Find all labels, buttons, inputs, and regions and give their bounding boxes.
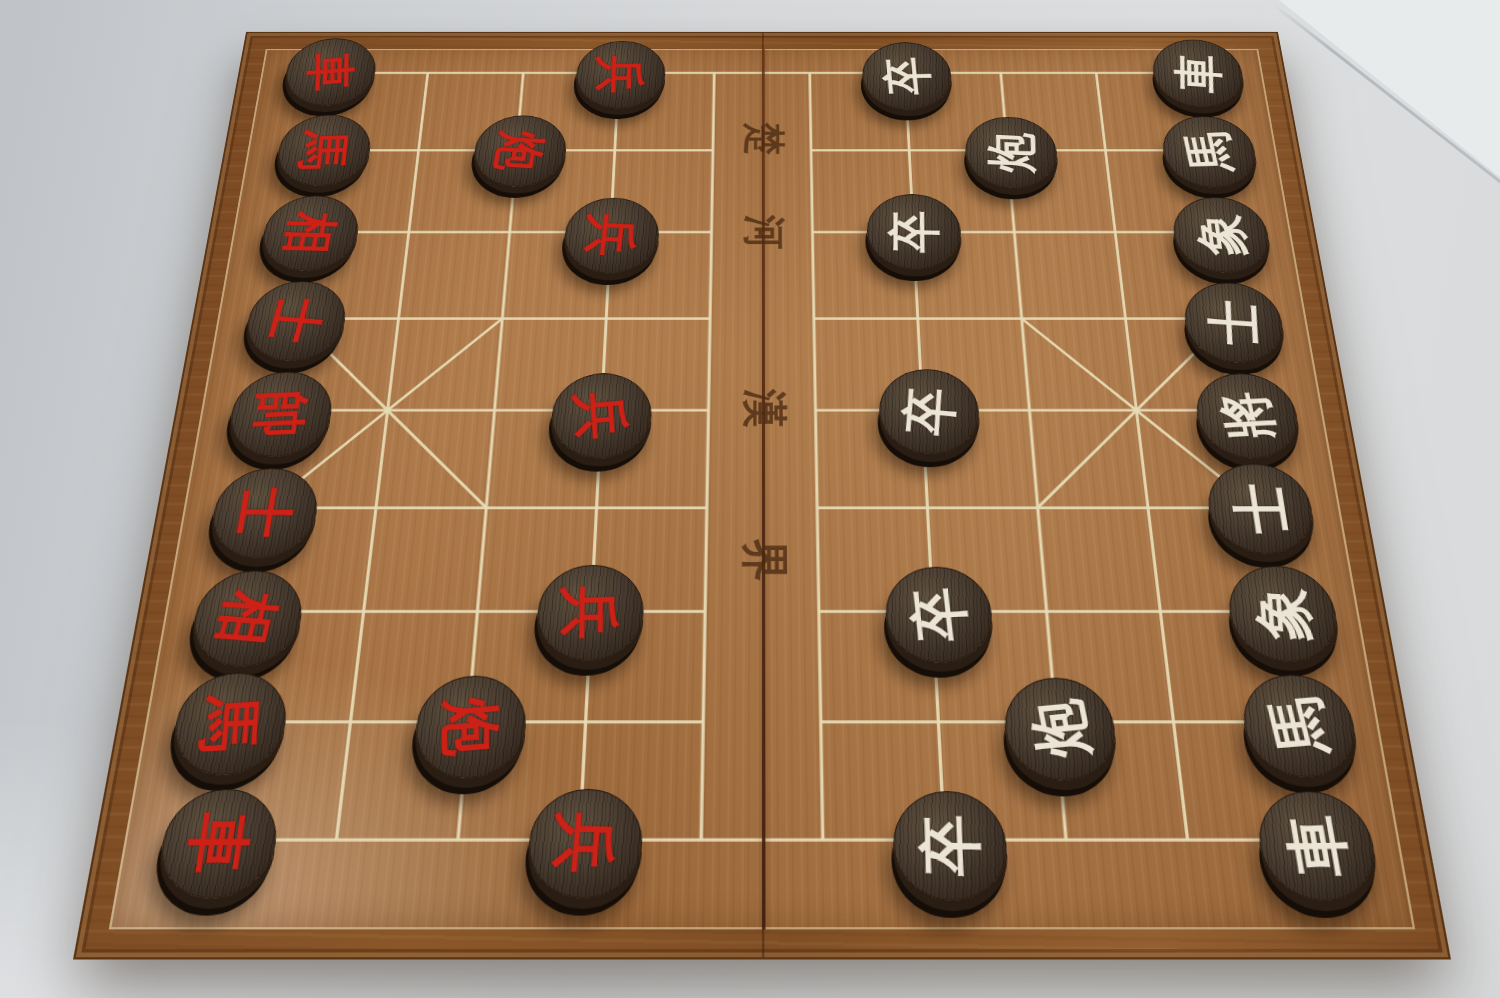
piece-character: 馬 [197, 693, 263, 754]
piece-character: 士 [264, 296, 330, 345]
piece-character: 卒 [888, 210, 941, 254]
piece-character: 馬 [1262, 694, 1336, 756]
piece-red-elephant[interactable]: 相 [258, 196, 363, 271]
piece-black-general[interactable]: 將 [1191, 373, 1304, 458]
piece-red-elephant[interactable]: 相 [187, 570, 308, 666]
piece-character: 兵 [595, 55, 646, 93]
piece-black-advisor[interactable]: 士 [1203, 464, 1319, 554]
xiangqi-board-frame: 楚河漢界 車馬相士帥士相馬車炮炮兵兵兵兵兵車馬象士將士象馬車炮炮卒卒卒卒卒 [73, 32, 1451, 960]
piece-black-soldier[interactable]: 卒 [878, 369, 982, 454]
piece-character: 兵 [583, 213, 640, 257]
piece-character: 帥 [251, 389, 311, 439]
piece-character: 士 [1228, 483, 1293, 533]
pieces-layer: 車馬相士帥士相馬車炮炮兵兵兵兵兵車馬象士將士象馬車炮炮卒卒卒卒卒 [109, 49, 1415, 929]
piece-black-chariot[interactable]: 車 [1149, 40, 1248, 108]
piece-red-chariot[interactable]: 車 [281, 38, 380, 105]
piece-red-cannon[interactable]: 炮 [471, 115, 568, 186]
piece-character: 馬 [296, 130, 352, 171]
photo-backdrop: 楚河漢界 車馬相士帥士相馬車炮炮兵兵兵兵兵車馬象士將士象馬車炮炮卒卒卒卒卒 [0, 0, 1500, 998]
piece-character: 象 [1251, 585, 1315, 642]
piece-red-advisor[interactable]: 士 [206, 468, 322, 558]
piece-character: 卒 [899, 385, 958, 437]
piece-character: 車 [1173, 52, 1224, 94]
piece-black-soldier[interactable]: 卒 [861, 42, 953, 110]
piece-red-soldier[interactable]: 兵 [549, 373, 653, 458]
piece-black-soldier[interactable]: 卒 [884, 567, 995, 663]
piece-character: 兵 [572, 389, 631, 441]
piece-character: 相 [280, 211, 341, 255]
piece-black-cannon[interactable]: 炮 [1001, 678, 1119, 781]
piece-black-cannon[interactable]: 炮 [963, 117, 1060, 188]
piece-red-horse[interactable]: 馬 [167, 673, 292, 775]
piece-character: 車 [183, 812, 256, 873]
piece-character: 兵 [560, 585, 620, 641]
piece-character: 馬 [1179, 131, 1239, 173]
piece-red-horse[interactable]: 馬 [273, 115, 375, 186]
piece-red-chariot[interactable]: 車 [153, 789, 283, 899]
piece-black-horse[interactable]: 馬 [1237, 675, 1362, 778]
piece-character: 相 [212, 589, 284, 647]
piece-red-soldier[interactable]: 兵 [525, 789, 644, 899]
piece-black-soldier[interactable]: 卒 [891, 791, 1010, 901]
piece-red-advisor[interactable]: 士 [241, 281, 350, 361]
piece-red-soldier[interactable]: 兵 [534, 565, 645, 661]
piece-character: 炮 [440, 695, 502, 757]
piece-character: 炮 [491, 130, 549, 173]
piece-character: 炮 [985, 131, 1037, 173]
board-surface: 楚河漢界 車馬相士帥士相馬車炮炮兵兵兵兵兵車馬象士將士象馬車炮炮卒卒卒卒卒 [109, 49, 1415, 929]
piece-black-chariot[interactable]: 車 [1252, 791, 1382, 901]
piece-red-soldier[interactable]: 兵 [574, 41, 666, 109]
piece-character: 士 [1205, 298, 1262, 347]
piece-character: 兵 [551, 811, 619, 875]
board-perspective-wrapper: 楚河漢界 車馬相士帥士相馬車炮炮兵兵兵兵兵車馬象士將士象馬車炮炮卒卒卒卒卒 [73, 32, 1451, 960]
piece-black-soldier[interactable]: 卒 [866, 194, 964, 269]
piece-black-advisor[interactable]: 士 [1180, 283, 1289, 363]
piece-character: 卒 [917, 814, 983, 877]
piece-red-soldier[interactable]: 兵 [562, 198, 660, 274]
piece-red-cannon[interactable]: 炮 [411, 676, 529, 779]
piece-character: 卒 [880, 56, 933, 95]
piece-character: 士 [232, 487, 298, 538]
piece-black-elephant[interactable]: 象 [1223, 566, 1344, 662]
piece-character: 車 [305, 51, 356, 93]
piece-red-general[interactable]: 帥 [224, 372, 337, 457]
piece-black-elephant[interactable]: 象 [1169, 197, 1275, 273]
piece-character: 將 [1214, 390, 1280, 441]
piece-character: 象 [1192, 213, 1250, 256]
piece-black-horse[interactable]: 馬 [1158, 116, 1260, 187]
piece-character: 炮 [1024, 697, 1096, 760]
piece-character: 車 [1280, 814, 1354, 877]
piece-character: 卒 [907, 586, 972, 643]
